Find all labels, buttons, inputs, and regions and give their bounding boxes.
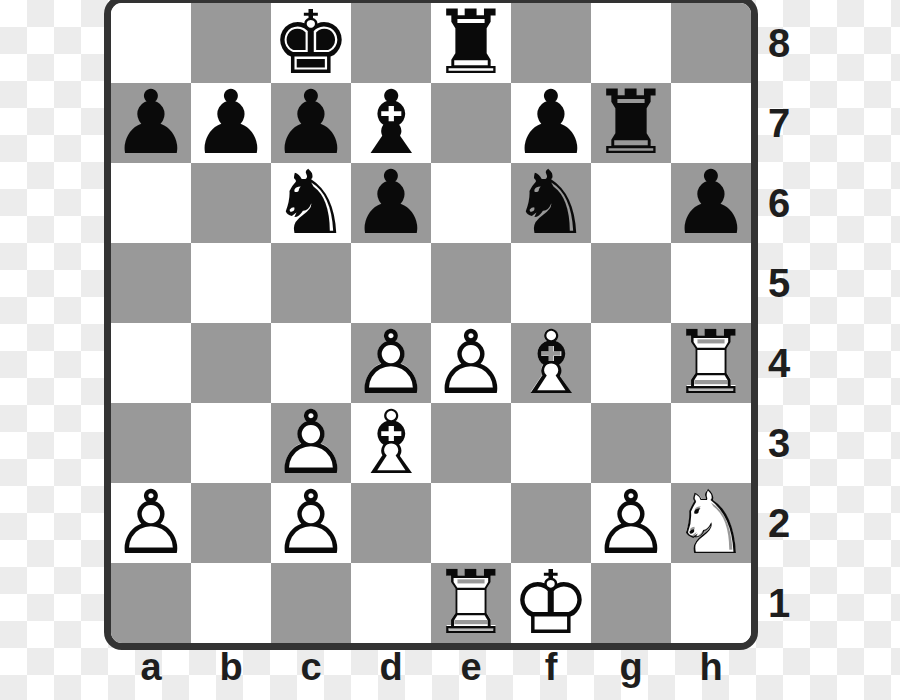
rank-labels: 87654321 <box>762 3 796 643</box>
square-h5 <box>671 243 751 323</box>
black-king: ♚ <box>271 3 351 83</box>
square-a6 <box>111 163 191 243</box>
square-c5 <box>271 243 351 323</box>
square-b1 <box>191 563 271 643</box>
white-bishop-fill: ♝ <box>512 324 590 402</box>
square-g8 <box>591 3 671 83</box>
square-e3 <box>431 403 511 483</box>
square-g5 <box>591 243 671 323</box>
square-f3 <box>511 403 591 483</box>
file-label-d: d <box>351 648 431 688</box>
square-h8 <box>671 3 751 83</box>
rank-label-6: 6 <box>762 163 796 243</box>
square-f2 <box>511 483 591 563</box>
black-knight: ♞ <box>271 163 351 243</box>
white-rook-fill: ♜ <box>672 324 750 402</box>
rank-label-4: 4 <box>762 323 796 403</box>
square-b5 <box>191 243 271 323</box>
square-e7 <box>431 83 511 163</box>
square-d1 <box>351 563 431 643</box>
white-rook: ♖ <box>431 563 511 643</box>
square-g6 <box>591 163 671 243</box>
file-label-a: a <box>111 648 191 688</box>
square-h3 <box>671 403 751 483</box>
square-h2: ♞♘ <box>671 483 751 563</box>
square-g3 <box>591 403 671 483</box>
square-h1 <box>671 563 751 643</box>
black-rook: ♜ <box>431 3 511 83</box>
white-pawn-fill: ♟ <box>352 324 430 402</box>
square-e1: ♜♖ <box>431 563 511 643</box>
square-f8 <box>511 3 591 83</box>
white-bishop: ♗ <box>511 323 591 403</box>
white-knight-fill: ♞ <box>672 484 750 562</box>
square-f1: ♚♔ <box>511 563 591 643</box>
square-e5 <box>431 243 511 323</box>
rank-label-7: 7 <box>762 83 796 163</box>
square-h6: ♟ <box>671 163 751 243</box>
black-pawn: ♟ <box>671 163 751 243</box>
white-pawn-fill: ♟ <box>112 484 190 562</box>
square-h4: ♜♖ <box>671 323 751 403</box>
rank-label-1: 1 <box>762 563 796 643</box>
black-pawn: ♟ <box>511 83 591 163</box>
file-label-b: b <box>191 648 271 688</box>
rank-label-5: 5 <box>762 243 796 323</box>
black-knight: ♞ <box>511 163 591 243</box>
file-label-g: g <box>591 648 671 688</box>
square-d5 <box>351 243 431 323</box>
square-d4: ♟♙ <box>351 323 431 403</box>
square-c3: ♟♙ <box>271 403 351 483</box>
square-d7: ♝ <box>351 83 431 163</box>
square-b3 <box>191 403 271 483</box>
rank-label-2: 2 <box>762 483 796 563</box>
file-label-f: f <box>511 648 591 688</box>
rank-label-3: 3 <box>762 403 796 483</box>
chess-diagram: ♚♜♟♟♟♝♟♜♞♟♞♟♟♙♟♙♝♗♜♖♟♙♝♗♟♙♟♙♟♙♞♘♜♖♚♔ 876… <box>0 0 900 700</box>
square-c7: ♟ <box>271 83 351 163</box>
chessboard-frame: ♚♜♟♟♟♝♟♜♞♟♞♟♟♙♟♙♝♗♜♖♟♙♝♗♟♙♟♙♟♙♞♘♜♖♚♔ <box>104 0 758 650</box>
white-pawn: ♙ <box>271 403 351 483</box>
white-pawn-fill: ♟ <box>432 324 510 402</box>
square-f5 <box>511 243 591 323</box>
square-b8 <box>191 3 271 83</box>
chessboard: ♚♜♟♟♟♝♟♜♞♟♞♟♟♙♟♙♝♗♜♖♟♙♝♗♟♙♟♙♟♙♞♘♜♖♚♔ <box>111 3 751 643</box>
square-a1 <box>111 563 191 643</box>
white-knight: ♘ <box>671 483 751 563</box>
white-pawn: ♙ <box>271 483 351 563</box>
square-a3 <box>111 403 191 483</box>
file-label-h: h <box>671 648 751 688</box>
square-e6 <box>431 163 511 243</box>
white-pawn: ♙ <box>591 483 671 563</box>
black-bishop: ♝ <box>351 83 431 163</box>
square-h7 <box>671 83 751 163</box>
square-g7: ♜ <box>591 83 671 163</box>
square-g1 <box>591 563 671 643</box>
square-e8: ♜ <box>431 3 511 83</box>
square-c6: ♞ <box>271 163 351 243</box>
square-b7: ♟ <box>191 83 271 163</box>
square-b6 <box>191 163 271 243</box>
square-a5 <box>111 243 191 323</box>
square-c8: ♚ <box>271 3 351 83</box>
white-pawn-fill: ♟ <box>272 404 350 482</box>
white-king-fill: ♚ <box>512 564 590 642</box>
square-d6: ♟ <box>351 163 431 243</box>
square-a2: ♟♙ <box>111 483 191 563</box>
square-f7: ♟ <box>511 83 591 163</box>
square-e2 <box>431 483 511 563</box>
white-rook-fill: ♜ <box>432 564 510 642</box>
black-pawn: ♟ <box>271 83 351 163</box>
white-pawn: ♙ <box>431 323 511 403</box>
square-a7: ♟ <box>111 83 191 163</box>
white-pawn-fill: ♟ <box>272 484 350 562</box>
white-king: ♔ <box>511 563 591 643</box>
rank-label-8: 8 <box>762 3 796 83</box>
black-pawn: ♟ <box>191 83 271 163</box>
white-pawn-fill: ♟ <box>592 484 670 562</box>
square-d8 <box>351 3 431 83</box>
white-pawn: ♙ <box>351 323 431 403</box>
square-a8 <box>111 3 191 83</box>
white-bishop-fill: ♝ <box>352 404 430 482</box>
file-label-c: c <box>271 648 351 688</box>
square-d3: ♝♗ <box>351 403 431 483</box>
black-pawn: ♟ <box>111 83 191 163</box>
white-pawn: ♙ <box>111 483 191 563</box>
file-labels: abcdefgh <box>111 648 751 688</box>
black-rook: ♜ <box>591 83 671 163</box>
file-label-e: e <box>431 648 511 688</box>
square-f6: ♞ <box>511 163 591 243</box>
square-b2 <box>191 483 271 563</box>
square-c2: ♟♙ <box>271 483 351 563</box>
square-a4 <box>111 323 191 403</box>
square-f4: ♝♗ <box>511 323 591 403</box>
square-g2: ♟♙ <box>591 483 671 563</box>
square-c4 <box>271 323 351 403</box>
square-d2 <box>351 483 431 563</box>
white-rook: ♖ <box>671 323 751 403</box>
white-bishop: ♗ <box>351 403 431 483</box>
square-g4 <box>591 323 671 403</box>
square-e4: ♟♙ <box>431 323 511 403</box>
square-b4 <box>191 323 271 403</box>
square-c1 <box>271 563 351 643</box>
black-pawn: ♟ <box>351 163 431 243</box>
